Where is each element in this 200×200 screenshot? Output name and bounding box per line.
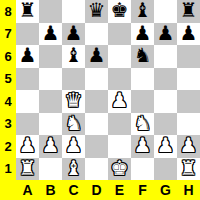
file-label-d: D	[85, 180, 108, 200]
white-rook-piece[interactable]: ♜	[19, 158, 37, 178]
black-pawn-piece[interactable]: ♟	[88, 45, 106, 65]
square-f1[interactable]	[131, 158, 154, 181]
white-pawn-piece[interactable]: ♟	[65, 135, 83, 155]
file-label-f: F	[131, 180, 154, 200]
black-pawn-piece[interactable]: ♟	[134, 23, 152, 43]
square-b5[interactable]	[39, 68, 62, 91]
square-g5[interactable]	[154, 68, 177, 91]
chess-board-screenshot: 87654321 ♜♛♚♝♜♟♟♟♟♟♟♝♟♞♛♟♞♞♟♟♟♟♟♟♜♝♚♜ AB…	[0, 0, 200, 200]
white-king-piece[interactable]: ♚	[111, 158, 129, 178]
square-f6[interactable]: ♞	[131, 45, 154, 68]
file-label-c: C	[62, 180, 85, 200]
black-knight-piece[interactable]: ♞	[134, 45, 152, 65]
black-bishop-piece[interactable]: ♝	[65, 45, 83, 65]
square-e7[interactable]	[108, 23, 131, 46]
square-e3[interactable]	[108, 113, 131, 136]
square-b6[interactable]	[39, 45, 62, 68]
square-d6[interactable]: ♟	[85, 45, 108, 68]
square-h4[interactable]	[177, 90, 200, 113]
square-a7[interactable]	[16, 23, 39, 46]
white-pawn-piece[interactable]: ♟	[134, 135, 152, 155]
file-labels: ABCDEFGH	[16, 180, 200, 200]
square-h7[interactable]: ♟	[177, 23, 200, 46]
square-a5[interactable]	[16, 68, 39, 91]
square-g3[interactable]	[154, 113, 177, 136]
black-queen-piece[interactable]: ♛	[88, 0, 106, 20]
square-d2[interactable]	[85, 135, 108, 158]
rank-label-8: 8	[0, 0, 16, 23]
square-f2[interactable]: ♟	[131, 135, 154, 158]
square-e2[interactable]	[108, 135, 131, 158]
white-bishop-piece[interactable]: ♝	[65, 158, 83, 178]
square-a4[interactable]	[16, 90, 39, 113]
square-g4[interactable]	[154, 90, 177, 113]
square-c5[interactable]	[62, 68, 85, 91]
square-d5[interactable]	[85, 68, 108, 91]
square-b2[interactable]: ♟	[39, 135, 62, 158]
square-b3[interactable]	[39, 113, 62, 136]
square-f3[interactable]: ♞	[131, 113, 154, 136]
white-pawn-piece[interactable]: ♟	[42, 135, 60, 155]
chess-board[interactable]: ♜♛♚♝♜♟♟♟♟♟♟♝♟♞♛♟♞♞♟♟♟♟♟♟♜♝♚♜	[16, 0, 200, 180]
square-h1[interactable]: ♜	[177, 158, 200, 181]
square-b7[interactable]: ♟	[39, 23, 62, 46]
rank-label-7: 7	[0, 23, 16, 46]
square-f7[interactable]: ♟	[131, 23, 154, 46]
black-rook-piece[interactable]: ♜	[180, 0, 198, 20]
square-d1[interactable]	[85, 158, 108, 181]
square-g2[interactable]: ♟	[154, 135, 177, 158]
rank-label-5: 5	[0, 68, 16, 91]
square-h6[interactable]	[177, 45, 200, 68]
rank-labels: 87654321	[0, 0, 16, 180]
white-pawn-piece[interactable]: ♟	[180, 135, 198, 155]
black-pawn-piece[interactable]: ♟	[157, 23, 175, 43]
black-pawn-piece[interactable]: ♟	[180, 23, 198, 43]
rank-label-6: 6	[0, 45, 16, 68]
rank-label-2: 2	[0, 135, 16, 158]
square-h8[interactable]: ♜	[177, 0, 200, 23]
square-d4[interactable]	[85, 90, 108, 113]
square-e4[interactable]: ♟	[108, 90, 131, 113]
white-queen-piece[interactable]: ♛	[65, 90, 83, 110]
file-label-g: G	[154, 180, 177, 200]
square-f5[interactable]	[131, 68, 154, 91]
square-a6[interactable]: ♟	[16, 45, 39, 68]
square-a1[interactable]: ♜	[16, 158, 39, 181]
square-d8[interactable]: ♛	[85, 0, 108, 23]
black-king-piece[interactable]: ♚	[111, 0, 129, 20]
square-a2[interactable]: ♟	[16, 135, 39, 158]
black-rook-piece[interactable]: ♜	[19, 0, 37, 20]
white-knight-piece[interactable]: ♞	[134, 113, 152, 133]
rank-label-1: 1	[0, 158, 16, 181]
square-e1[interactable]: ♚	[108, 158, 131, 181]
square-c7[interactable]: ♟	[62, 23, 85, 46]
square-c6[interactable]: ♝	[62, 45, 85, 68]
square-g1[interactable]	[154, 158, 177, 181]
square-e5[interactable]	[108, 68, 131, 91]
square-b8[interactable]	[39, 0, 62, 23]
square-e8[interactable]: ♚	[108, 0, 131, 23]
square-a3[interactable]	[16, 113, 39, 136]
rank-label-4: 4	[0, 90, 16, 113]
square-f8[interactable]: ♝	[131, 0, 154, 23]
square-c2[interactable]: ♟	[62, 135, 85, 158]
rank-label-3: 3	[0, 113, 16, 136]
white-pawn-piece[interactable]: ♟	[19, 135, 37, 155]
square-h3[interactable]	[177, 113, 200, 136]
square-c3[interactable]: ♞	[62, 113, 85, 136]
square-h2[interactable]: ♟	[177, 135, 200, 158]
square-c4[interactable]: ♛	[62, 90, 85, 113]
black-pawn-piece[interactable]: ♟	[42, 23, 60, 43]
file-label-e: E	[108, 180, 131, 200]
square-b4[interactable]	[39, 90, 62, 113]
white-rook-piece[interactable]: ♜	[180, 158, 198, 178]
black-bishop-piece[interactable]: ♝	[134, 0, 152, 20]
white-pawn-piece[interactable]: ♟	[111, 90, 129, 110]
black-pawn-piece[interactable]: ♟	[19, 45, 37, 65]
square-g7[interactable]: ♟	[154, 23, 177, 46]
square-d3[interactable]	[85, 113, 108, 136]
file-label-b: B	[39, 180, 62, 200]
square-g8[interactable]	[154, 0, 177, 23]
square-d7[interactable]	[85, 23, 108, 46]
black-pawn-piece[interactable]: ♟	[65, 23, 83, 43]
square-c8[interactable]	[62, 0, 85, 23]
square-f4[interactable]	[131, 90, 154, 113]
white-pawn-piece[interactable]: ♟	[157, 135, 175, 155]
file-label-h: H	[177, 180, 200, 200]
square-c1[interactable]: ♝	[62, 158, 85, 181]
square-a8[interactable]: ♜	[16, 0, 39, 23]
square-e6[interactable]	[108, 45, 131, 68]
square-g6[interactable]	[154, 45, 177, 68]
square-b1[interactable]	[39, 158, 62, 181]
white-knight-piece[interactable]: ♞	[65, 113, 83, 133]
square-h5[interactable]	[177, 68, 200, 91]
file-label-a: A	[16, 180, 39, 200]
